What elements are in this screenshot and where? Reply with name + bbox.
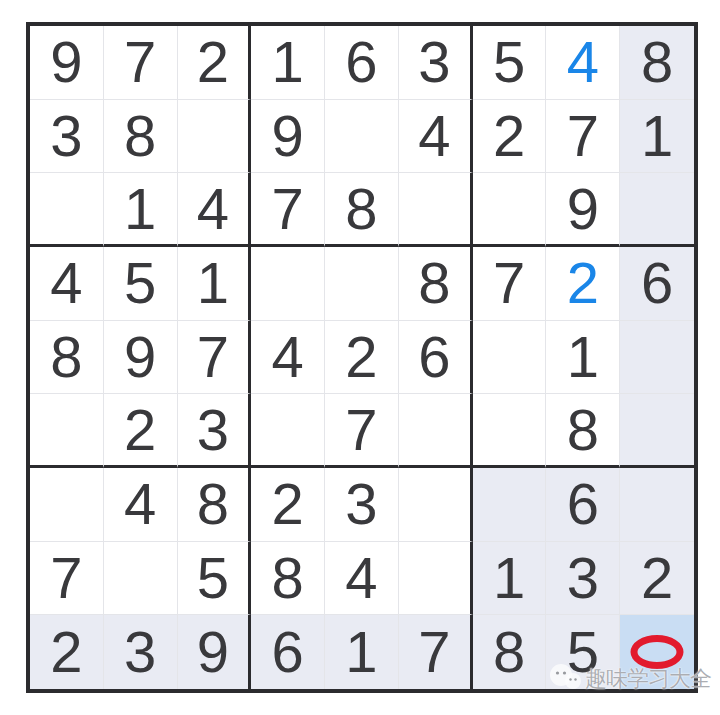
cell-r6c5[interactable]: 7	[325, 394, 399, 468]
cell-r9c6[interactable]: 7	[399, 615, 473, 689]
cell-r5c2[interactable]: 9	[104, 321, 178, 395]
cell-r8c4[interactable]: 8	[251, 542, 325, 616]
cell-r8c9[interactable]: 2	[620, 542, 694, 616]
cell-r4c6[interactable]: 8	[399, 247, 473, 321]
cell-r5c3[interactable]: 7	[178, 321, 252, 395]
cell-r4c7[interactable]: 7	[473, 247, 547, 321]
cell-r4c2[interactable]: 5	[104, 247, 178, 321]
cell-r4c9[interactable]: 6	[620, 247, 694, 321]
cell-r6c1[interactable]	[30, 394, 104, 468]
cell-r7c5[interactable]: 3	[325, 468, 399, 542]
cell-r3c7[interactable]	[473, 173, 547, 247]
cell-r7c1[interactable]	[30, 468, 104, 542]
cell-r5c1[interactable]: 8	[30, 321, 104, 395]
cell-r3c9[interactable]	[620, 173, 694, 247]
cell-r8c5[interactable]: 4	[325, 542, 399, 616]
cell-r9c7[interactable]: 8	[473, 615, 547, 689]
cell-r1c9[interactable]: 8	[620, 26, 694, 100]
cell-r6c9[interactable]	[620, 394, 694, 468]
cell-r1c2[interactable]: 7	[104, 26, 178, 100]
cell-r9c5[interactable]: 1	[325, 615, 399, 689]
cell-r1c4[interactable]: 1	[251, 26, 325, 100]
cell-r6c8[interactable]: 8	[546, 394, 620, 468]
cell-r2c1[interactable]: 3	[30, 100, 104, 174]
cell-r3c5[interactable]: 8	[325, 173, 399, 247]
cell-r8c1[interactable]: 7	[30, 542, 104, 616]
cell-r4c3[interactable]: 1	[178, 247, 252, 321]
cell-r4c4[interactable]	[251, 247, 325, 321]
cell-r6c3[interactable]: 3	[178, 394, 252, 468]
cell-r4c5[interactable]	[325, 247, 399, 321]
cell-r9c1[interactable]: 2	[30, 615, 104, 689]
answer-circle	[631, 635, 684, 669]
cell-r7c9[interactable]	[620, 468, 694, 542]
cell-r5c6[interactable]: 6	[399, 321, 473, 395]
cell-r2c2[interactable]: 8	[104, 100, 178, 174]
cell-r5c5[interactable]: 2	[325, 321, 399, 395]
cell-r6c6[interactable]	[399, 394, 473, 468]
cell-r3c3[interactable]: 4	[178, 173, 252, 247]
cell-r7c4[interactable]: 2	[251, 468, 325, 542]
cell-r2c9[interactable]: 1	[620, 100, 694, 174]
cell-r5c8[interactable]: 1	[546, 321, 620, 395]
cell-r4c1[interactable]: 4	[30, 247, 104, 321]
cell-r4c8[interactable]: 2	[546, 247, 620, 321]
cell-r2c3[interactable]	[178, 100, 252, 174]
cell-r6c7[interactable]	[473, 394, 547, 468]
cell-r8c2[interactable]	[104, 542, 178, 616]
cell-r1c6[interactable]: 3	[399, 26, 473, 100]
cell-r2c4[interactable]: 9	[251, 100, 325, 174]
cell-r8c8[interactable]: 3	[546, 542, 620, 616]
cell-r2c5[interactable]	[325, 100, 399, 174]
cell-r9c8[interactable]: 5	[546, 615, 620, 689]
cell-r3c4[interactable]: 7	[251, 173, 325, 247]
cell-r3c6[interactable]	[399, 173, 473, 247]
cell-r2c7[interactable]: 2	[473, 100, 547, 174]
cell-r6c4[interactable]	[251, 394, 325, 468]
cell-r9c9[interactable]	[620, 615, 694, 689]
cell-r7c3[interactable]: 8	[178, 468, 252, 542]
cell-r2c6[interactable]: 4	[399, 100, 473, 174]
sudoku-board: 9721635483894271147894518726897426123784…	[26, 22, 698, 693]
cell-r1c8[interactable]: 4	[546, 26, 620, 100]
cell-r7c8[interactable]: 6	[546, 468, 620, 542]
cell-r3c8[interactable]: 9	[546, 173, 620, 247]
cell-r1c5[interactable]: 6	[325, 26, 399, 100]
cell-r5c7[interactable]	[473, 321, 547, 395]
cell-r8c7[interactable]: 1	[473, 542, 547, 616]
cell-r3c2[interactable]: 1	[104, 173, 178, 247]
cell-r9c3[interactable]: 9	[178, 615, 252, 689]
cell-r8c6[interactable]	[399, 542, 473, 616]
cell-r1c3[interactable]: 2	[178, 26, 252, 100]
cell-r5c4[interactable]: 4	[251, 321, 325, 395]
cell-r7c7[interactable]	[473, 468, 547, 542]
cell-r6c2[interactable]: 2	[104, 394, 178, 468]
cell-r2c8[interactable]: 7	[546, 100, 620, 174]
cell-r7c6[interactable]	[399, 468, 473, 542]
cell-r7c2[interactable]: 4	[104, 468, 178, 542]
cell-r9c2[interactable]: 3	[104, 615, 178, 689]
cell-r9c4[interactable]: 6	[251, 615, 325, 689]
cell-r5c9[interactable]	[620, 321, 694, 395]
cell-r1c1[interactable]: 9	[30, 26, 104, 100]
cell-r1c7[interactable]: 5	[473, 26, 547, 100]
cell-r8c3[interactable]: 5	[178, 542, 252, 616]
cell-r3c1[interactable]	[30, 173, 104, 247]
